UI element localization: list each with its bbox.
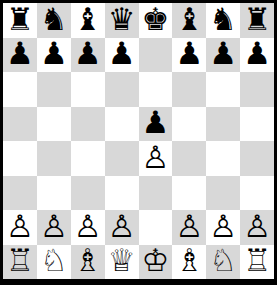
square-d4[interactable]: [105, 141, 139, 176]
square-b8[interactable]: ♞: [37, 3, 71, 38]
black-pawn-c7: ♟: [74, 38, 102, 69]
square-e4[interactable]: ♙: [139, 141, 173, 176]
black-pawn-f7: ♟: [175, 38, 203, 69]
square-h5[interactable]: [240, 107, 274, 142]
black-pawn-b7: ♟: [40, 38, 68, 69]
square-g4[interactable]: [206, 141, 240, 176]
square-g8[interactable]: ♞: [206, 3, 240, 38]
white-king-e1: ♔: [142, 245, 170, 276]
square-g6[interactable]: [206, 72, 240, 107]
square-h3[interactable]: [240, 176, 274, 211]
square-h6[interactable]: [240, 72, 274, 107]
black-knight-g8: ♞: [209, 4, 237, 35]
black-knight-b8: ♞: [40, 4, 68, 35]
square-g7[interactable]: ♟: [206, 38, 240, 73]
square-h7[interactable]: ♟: [240, 38, 274, 73]
chess-board-frame: ♜♞♝♛♚♝♞♜♟♟♟♟♟♟♟♟♙♙♙♙♙♙♙♙♖♘♗♕♔♗♘♖: [0, 0, 277, 285]
white-pawn-a2: ♙: [6, 211, 34, 242]
square-a5[interactable]: [3, 107, 37, 142]
square-b4[interactable]: [37, 141, 71, 176]
black-pawn-g7: ♟: [209, 38, 237, 69]
black-rook-a8: ♜: [6, 4, 34, 35]
square-h1[interactable]: ♖: [240, 245, 274, 280]
white-pawn-c2: ♙: [74, 211, 102, 242]
chess-board: ♜♞♝♛♚♝♞♜♟♟♟♟♟♟♟♟♙♙♙♙♙♙♙♙♖♘♗♕♔♗♘♖: [3, 3, 274, 279]
white-pawn-b2: ♙: [40, 211, 68, 242]
square-c7[interactable]: ♟: [71, 38, 105, 73]
square-f4[interactable]: [172, 141, 206, 176]
black-pawn-d7: ♟: [108, 38, 136, 69]
square-g5[interactable]: [206, 107, 240, 142]
square-d5[interactable]: [105, 107, 139, 142]
square-d6[interactable]: [105, 72, 139, 107]
square-g2[interactable]: ♙: [206, 210, 240, 245]
square-d3[interactable]: [105, 176, 139, 211]
square-a7[interactable]: ♟: [3, 38, 37, 73]
square-h4[interactable]: [240, 141, 274, 176]
square-d7[interactable]: ♟: [105, 38, 139, 73]
square-c4[interactable]: [71, 141, 105, 176]
white-pawn-d2: ♙: [108, 211, 136, 242]
square-a6[interactable]: [3, 72, 37, 107]
square-f5[interactable]: [172, 107, 206, 142]
square-b7[interactable]: ♟: [37, 38, 71, 73]
square-a4[interactable]: [3, 141, 37, 176]
black-bishop-f8: ♝: [175, 4, 203, 35]
square-a8[interactable]: ♜: [3, 3, 37, 38]
square-e7[interactable]: [139, 38, 173, 73]
white-rook-a1: ♖: [6, 245, 34, 276]
square-f7[interactable]: ♟: [172, 38, 206, 73]
square-a1[interactable]: ♖: [3, 245, 37, 280]
square-c2[interactable]: ♙: [71, 210, 105, 245]
square-c6[interactable]: [71, 72, 105, 107]
square-e2[interactable]: [139, 210, 173, 245]
square-a2[interactable]: ♙: [3, 210, 37, 245]
square-e8[interactable]: ♚: [139, 3, 173, 38]
square-c5[interactable]: [71, 107, 105, 142]
black-pawn-a7: ♟: [6, 38, 34, 69]
black-king-e8: ♚: [142, 4, 170, 35]
square-a3[interactable]: [3, 176, 37, 211]
square-d8[interactable]: ♛: [105, 3, 139, 38]
square-g1[interactable]: ♘: [206, 245, 240, 280]
white-pawn-g2: ♙: [209, 211, 237, 242]
square-f1[interactable]: ♗: [172, 245, 206, 280]
square-e1[interactable]: ♔: [139, 245, 173, 280]
square-b1[interactable]: ♘: [37, 245, 71, 280]
white-pawn-f2: ♙: [175, 211, 203, 242]
white-knight-b1: ♘: [40, 245, 68, 276]
square-c3[interactable]: [71, 176, 105, 211]
black-pawn-e5: ♟: [142, 107, 170, 138]
square-f3[interactable]: [172, 176, 206, 211]
white-bishop-f1: ♗: [175, 245, 203, 276]
square-h2[interactable]: ♙: [240, 210, 274, 245]
square-b3[interactable]: [37, 176, 71, 211]
square-c1[interactable]: ♗: [71, 245, 105, 280]
square-e3[interactable]: [139, 176, 173, 211]
square-f6[interactable]: [172, 72, 206, 107]
square-f2[interactable]: ♙: [172, 210, 206, 245]
white-pawn-h2: ♙: [243, 211, 271, 242]
square-c8[interactable]: ♝: [71, 3, 105, 38]
white-pawn-e4: ♙: [142, 142, 170, 173]
square-g3[interactable]: [206, 176, 240, 211]
square-d2[interactable]: ♙: [105, 210, 139, 245]
black-queen-d8: ♛: [108, 4, 136, 35]
white-rook-h1: ♖: [243, 245, 271, 276]
black-bishop-c8: ♝: [74, 4, 102, 35]
white-queen-d1: ♕: [108, 245, 136, 276]
white-bishop-c1: ♗: [74, 245, 102, 276]
black-rook-h8: ♜: [243, 4, 271, 35]
white-knight-g1: ♘: [209, 245, 237, 276]
black-pawn-h7: ♟: [243, 38, 271, 69]
square-d1[interactable]: ♕: [105, 245, 139, 280]
square-f8[interactable]: ♝: [172, 3, 206, 38]
square-e5[interactable]: ♟: [139, 107, 173, 142]
square-b6[interactable]: [37, 72, 71, 107]
square-h8[interactable]: ♜: [240, 3, 274, 38]
square-b5[interactable]: [37, 107, 71, 142]
square-b2[interactable]: ♙: [37, 210, 71, 245]
square-e6[interactable]: [139, 72, 173, 107]
